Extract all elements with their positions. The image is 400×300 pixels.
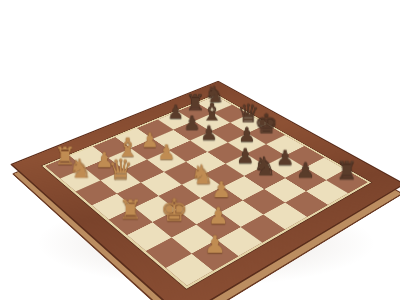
white-pawn-glyph: ♟ — [208, 205, 229, 228]
black-pawn-glyph: ♟ — [276, 148, 295, 169]
white-knight-glyph: ♞ — [68, 155, 92, 181]
white-queen-glyph: ♛ — [108, 156, 133, 184]
black-pawn-glyph: ♟ — [236, 146, 255, 167]
white-pawn-glyph: ♟ — [212, 179, 232, 201]
black-pawn-glyph: ♟ — [167, 103, 184, 122]
black-pawn-glyph: ♟ — [296, 160, 315, 181]
square-h2[interactable]: ♟ — [192, 240, 238, 271]
product-photo-scene: ♞♛♚♜♜♝♟♟♟♟♟♟♟♞♟♟♞♟♝♟♟♛♚♟♜♞♜ — [0, 0, 400, 300]
black-pawn-glyph: ♟ — [183, 113, 200, 132]
black-pawn-glyph: ♟ — [200, 123, 218, 143]
black-king-glyph: ♚ — [254, 110, 278, 136]
white-pawn-glyph: ♟ — [204, 233, 226, 257]
black-bishop-glyph: ♝ — [201, 100, 223, 124]
white-rook-glyph: ♜ — [119, 197, 143, 224]
white-pawn-glyph: ♟ — [157, 142, 175, 162]
black-rook-glyph: ♜ — [336, 158, 358, 183]
black-knight-glyph: ♞ — [253, 153, 276, 179]
black-pawn-glyph: ♟ — [238, 125, 256, 145]
white-king-glyph: ♚ — [160, 195, 188, 226]
white-pawn-glyph: ♟ — [141, 131, 159, 151]
